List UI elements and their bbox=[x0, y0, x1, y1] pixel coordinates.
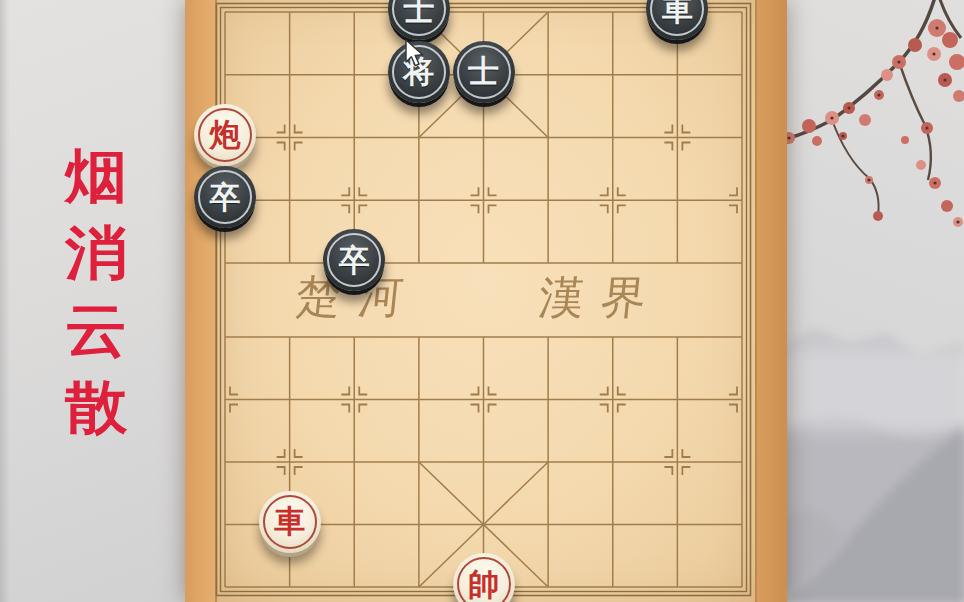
video-caption: 烟消云散 bbox=[58, 147, 134, 437]
piece-glyph: 卒 bbox=[339, 245, 370, 276]
piece-glyph: 士 bbox=[468, 56, 499, 87]
piece-glyph: 帥 bbox=[468, 569, 499, 600]
ink-painting-art bbox=[787, 0, 964, 602]
mouse-cursor bbox=[404, 39, 426, 69]
piece-black-soldier-b[interactable]: 卒 bbox=[323, 229, 385, 291]
left-background: 烟消云散 bbox=[0, 0, 185, 602]
piece-glyph: 炮 bbox=[210, 119, 241, 150]
river-label-hanjie: 漢界 bbox=[536, 268, 666, 328]
piece-glyph: 卒 bbox=[210, 182, 241, 213]
caption-char: 消 bbox=[65, 224, 127, 282]
piece-red-chariot[interactable]: 車 bbox=[259, 491, 321, 553]
piece-black-advisor-b[interactable]: 士 bbox=[453, 41, 515, 103]
caption-char: 云 bbox=[65, 301, 127, 359]
mountains-art bbox=[787, 328, 964, 602]
caption-char: 烟 bbox=[65, 147, 127, 205]
piece-red-cannon[interactable]: 炮 bbox=[194, 104, 256, 166]
piece-black-soldier-a[interactable]: 卒 bbox=[194, 166, 256, 228]
plum-blossom-art bbox=[787, 0, 964, 227]
piece-glyph: 車 bbox=[662, 0, 693, 25]
caption-char: 散 bbox=[65, 378, 127, 436]
piece-glyph: 車 bbox=[274, 506, 305, 537]
right-background bbox=[787, 0, 964, 602]
piece-glyph: 士 bbox=[403, 0, 434, 25]
game-screen: 烟消云散 bbox=[0, 0, 964, 602]
